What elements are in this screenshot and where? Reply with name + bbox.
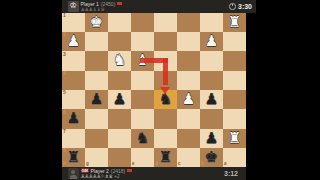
content-column: ♔ Player 1 (2450) ♟♟♟♝♝♛ 3:30 1♚♜2♟♟3♞♝4… [60,0,260,180]
file-label-a: a [224,162,227,167]
top-clock-time: 3:30 [238,3,252,10]
black-pawn-b5[interactable]: ♟ [200,90,223,109]
square-g1[interactable]: ♚ [85,13,108,32]
square-g2[interactable] [85,32,108,51]
square-b8[interactable]: b♚ [200,148,223,167]
black-king-b8[interactable]: ♚ [200,148,223,167]
square-c6[interactable] [177,109,200,128]
square-h6[interactable]: 6♟ [62,109,85,128]
square-g7[interactable] [85,129,108,148]
square-d7[interactable] [154,129,177,148]
bottom-player-avatar[interactable] [68,168,79,179]
square-f2[interactable] [108,32,131,51]
top-player-avatar[interactable]: ♔ [68,1,79,12]
white-king-g1[interactable]: ♚ [85,13,108,32]
square-a1[interactable]: ♜ [223,13,246,32]
square-h5[interactable]: 5 [62,90,85,109]
white-knight-f3[interactable]: ♞ [108,51,131,70]
file-label-f: f [109,162,111,167]
file-label-c: c [178,162,181,167]
square-e1[interactable] [131,13,154,32]
black-rook-d8[interactable]: ♜ [154,148,177,167]
square-a4[interactable] [223,71,246,90]
bottom-player-info: GM Player 2 (2418) ♙♙♙♙♙♘♗♕ +2 [81,168,132,180]
square-e2[interactable] [131,32,154,51]
bottom-player-bar: GM Player 2 (2418) ♙♙♙♙♙♘♗♕ +2 3:12 [62,167,246,180]
square-b2[interactable]: ♟ [200,32,223,51]
file-label-g: g [86,162,89,167]
top-player-bar: ♔ Player 1 (2450) ♟♟♟♝♝♛ 3:30 [62,0,256,13]
person-icon [71,170,75,174]
square-f3[interactable]: ♞ [108,51,131,70]
square-a3[interactable] [223,51,246,70]
black-rook-h8[interactable]: ♜ [62,148,85,167]
square-b7[interactable]: ♟ [200,129,223,148]
square-b1[interactable] [200,13,223,32]
white-pawn-b2[interactable]: ♟ [200,32,223,51]
square-d6[interactable] [154,109,177,128]
square-c3[interactable] [177,51,200,70]
square-h1[interactable]: 1 [62,13,85,32]
square-b4[interactable] [200,71,223,90]
square-c2[interactable] [177,32,200,51]
square-c8[interactable]: c [177,148,200,167]
square-d8[interactable]: d♜ [154,148,177,167]
chess-board[interactable]: 1♚♜2♟♟3♞♝45♟♟♞♟♟6♟7♞♟♜8h♜gfed♜cb♚a [62,13,246,168]
annotation-arrow [160,87,170,94]
stopwatch-icon [229,3,236,10]
rank-label-4: 4 [63,71,66,76]
square-f8[interactable]: f [108,148,131,167]
square-h8[interactable]: 8h♜ [62,148,85,167]
bottom-clock-time: 3:12 [224,170,238,177]
rank-label-1: 1 [63,13,66,18]
black-pawn-h6[interactable]: ♟ [62,109,85,128]
black-pawn-f5[interactable]: ♟ [108,90,131,109]
square-h7[interactable]: 7 [62,129,85,148]
square-h3[interactable]: 3 [62,51,85,70]
square-f7[interactable] [108,129,131,148]
black-pawn-g5[interactable]: ♟ [85,90,108,109]
square-a5[interactable] [223,90,246,109]
square-f5[interactable]: ♟ [108,90,131,109]
rank-label-7: 7 [63,129,66,134]
black-knight-e7[interactable]: ♞ [131,129,154,148]
square-a8[interactable]: a [223,148,246,167]
white-rook-a7[interactable]: ♜ [223,129,246,148]
square-g4[interactable] [85,71,108,90]
square-c4[interactable] [177,71,200,90]
flag-icon [127,169,132,172]
square-e5[interactable] [131,90,154,109]
square-g8[interactable]: g [85,148,108,167]
square-b3[interactable] [200,51,223,70]
square-e8[interactable]: e [131,148,154,167]
white-pawn-h2[interactable]: ♟ [62,32,85,51]
square-b5[interactable]: ♟ [200,90,223,109]
square-a6[interactable] [223,109,246,128]
bottom-captured-pieces: ♙♙♙♙♙♘♗♕ [81,174,113,179]
square-c7[interactable] [177,129,200,148]
square-d1[interactable] [154,13,177,32]
square-g5[interactable]: ♟ [85,90,108,109]
square-h2[interactable]: 2♟ [62,32,85,51]
top-player-clock: 3:30 [229,0,252,13]
white-king-avatar-icon: ♔ [70,1,77,11]
square-c5[interactable]: ♟ [177,90,200,109]
black-pawn-b7[interactable]: ♟ [200,129,223,148]
rank-label-3: 3 [63,52,66,57]
top-player-info: Player 1 (2450) ♟♟♟♝♝♛ [81,1,122,12]
square-a2[interactable] [223,32,246,51]
square-f6[interactable] [108,109,131,128]
square-e7[interactable]: ♞ [131,129,154,148]
square-d2[interactable] [154,32,177,51]
material-score: +2 [114,174,119,179]
flag-icon [117,2,122,5]
square-f4[interactable] [108,71,131,90]
square-f1[interactable] [108,13,131,32]
white-pawn-c5[interactable]: ♟ [177,90,200,109]
square-b6[interactable] [200,109,223,128]
annotation-arrow [163,58,168,85]
rank-label-5: 5 [63,90,66,95]
square-e6[interactable] [131,109,154,128]
video-frame: ♔ Player 1 (2450) ♟♟♟♝♝♛ 3:30 1♚♜2♟♟3♞♝4… [0,0,320,180]
top-captured-pieces: ♟♟♟♝♝♛ [81,7,122,12]
square-a7[interactable]: ♜ [223,129,246,148]
square-g6[interactable] [85,109,108,128]
file-label-e: e [132,162,135,167]
square-e4[interactable] [131,71,154,90]
square-h4[interactable]: 4 [62,71,85,90]
square-c1[interactable] [177,13,200,32]
square-g3[interactable] [85,51,108,70]
bottom-player-clock: 3:12 [224,167,238,180]
white-rook-a1[interactable]: ♜ [223,13,246,32]
